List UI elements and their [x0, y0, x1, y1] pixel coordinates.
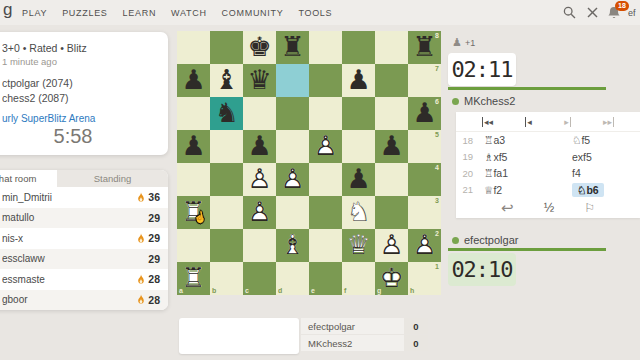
black-move[interactable]: exf5	[566, 151, 640, 163]
standing-score: 28	[148, 294, 160, 306]
chat-input-box[interactable]	[179, 318, 299, 354]
material-advantage: ♟ +1	[452, 37, 475, 48]
square-f6[interactable]	[342, 97, 375, 130]
square-h4[interactable]: 4	[408, 163, 441, 196]
online-dot	[452, 237, 459, 244]
piece-white-queen-f2[interactable]: ♛♕	[342, 229, 375, 262]
file-label: d	[278, 287, 282, 294]
square-h7[interactable]: 7	[408, 64, 441, 97]
square-e3[interactable]	[309, 196, 342, 229]
piece-white-pawn-d4[interactable]: ♟♙	[276, 163, 309, 196]
square-g6[interactable]	[375, 97, 408, 130]
tab-standing[interactable]: Standing	[57, 170, 168, 187]
square-b3[interactable]	[210, 196, 243, 229]
white-move[interactable]: ♕f2	[478, 184, 566, 196]
rank-label: 5	[435, 131, 439, 138]
nav-item-watch[interactable]: WATCH	[171, 8, 207, 18]
file-label: h	[410, 287, 414, 294]
square-a8[interactable]	[177, 31, 210, 64]
black-move[interactable]: ♘b6	[566, 184, 640, 196]
white-move[interactable]: ♗xf5	[478, 151, 566, 163]
square-g4[interactable]	[375, 163, 408, 196]
square-b8[interactable]	[210, 31, 243, 64]
move-row: 20♖fa1f4	[456, 165, 640, 182]
square-d6[interactable]	[276, 97, 309, 130]
standing-player-name: matullo	[2, 212, 145, 223]
standing-player-name: nis-x	[2, 233, 137, 244]
square-c1[interactable]: c	[243, 262, 276, 295]
square-c2[interactable]	[243, 229, 276, 262]
move-number: 21	[456, 184, 478, 195]
previous-move-button[interactable]: ◂	[525, 117, 532, 127]
standing-score: 29	[148, 212, 160, 224]
square-e1[interactable]: e	[309, 262, 342, 295]
tournament-link[interactable]: urly SuperBlitz Arena	[2, 113, 168, 124]
square-g7[interactable]	[375, 64, 408, 97]
standing-row[interactable]: essclaww29	[0, 249, 168, 270]
streak-flame-icon	[137, 192, 145, 203]
square-e2[interactable]	[309, 229, 342, 262]
square-e8[interactable]	[309, 31, 342, 64]
square-g8[interactable]	[375, 31, 408, 64]
square-b2[interactable]	[210, 229, 243, 262]
first-move-button[interactable]: ◂◂	[482, 117, 493, 127]
piece-black-pawn-g5[interactable]: ♟	[375, 130, 408, 163]
clock-bottom-white-active: 02:10	[448, 253, 516, 286]
square-a6[interactable]	[177, 97, 210, 130]
notifications-bell-icon[interactable]: 18	[607, 0, 621, 25]
piece-white-pawn-g2[interactable]: ♟♙	[375, 229, 408, 262]
time-bar-top	[448, 87, 606, 90]
clock-top-black: 02:11	[448, 53, 516, 86]
file-label: f	[344, 287, 346, 294]
piece-black-rook-h8[interactable]: ♜	[408, 31, 441, 64]
piece-black-knight-b6[interactable]: ♞	[210, 97, 243, 130]
score-player-name: MKchess2	[301, 338, 404, 349]
piece-black-rook-d8[interactable]: ♜	[276, 31, 309, 64]
nav-item-play[interactable]: PLAY	[22, 8, 47, 18]
square-d7[interactable]	[276, 64, 309, 97]
square-g3[interactable]	[375, 196, 408, 229]
search-icon[interactable]	[563, 0, 576, 25]
piece-black-pawn-a7[interactable]: ♟	[177, 64, 210, 97]
piece-white-pawn-h2[interactable]: ♟♙	[408, 229, 441, 262]
chess-board[interactable]: h1gfedcba2345678 ☝ ♚♜♜♟♝♛♟♞♟♟♟♟♙♟♟♙♟♙♟♜♖…	[177, 31, 441, 295]
chat-standing-tabs: Chat room Standing	[0, 170, 168, 187]
standing-player-name: min_Dmitrii	[2, 192, 137, 203]
square-b1[interactable]: b	[210, 262, 243, 295]
black-move[interactable]: f4	[566, 167, 640, 179]
game-info-card: 3+0 • Rated • Blitz 1 minute ago ctpolga…	[0, 32, 168, 155]
standings-card: Chat room Standing min_Dmitrii36matullo2…	[0, 170, 168, 310]
piece-black-pawn-a5[interactable]: ♟	[177, 130, 210, 163]
square-e6[interactable]	[309, 97, 342, 130]
draw-offer-button[interactable]: ½	[544, 201, 554, 215]
notification-badge: 18	[615, 1, 629, 11]
move-number: 18	[456, 135, 478, 146]
takeback-button[interactable]: ↩	[501, 201, 514, 215]
nav-username[interactable]: ef	[628, 0, 636, 25]
square-d1[interactable]: d	[276, 262, 309, 295]
square-h3[interactable]: 3	[408, 196, 441, 229]
standing-list: min_Dmitrii36matullo29nis-x29essclaww29e…	[0, 187, 168, 310]
challenge-cross-icon[interactable]	[587, 0, 598, 25]
nav-item-community[interactable]: COMMUNITY	[222, 8, 284, 18]
nav-item-tools[interactable]: TOOLS	[298, 8, 332, 18]
material-value: +1	[465, 38, 475, 48]
piece-black-pawn-c5[interactable]: ♟	[243, 130, 276, 163]
game-setup-text: 3+0 • Rated • Blitz	[2, 42, 168, 54]
online-dot	[452, 98, 459, 105]
square-d3[interactable]	[276, 196, 309, 229]
standing-player-name: gboor	[2, 294, 137, 305]
player-bottom-row[interactable]: efectpolgar	[452, 234, 518, 246]
score-row: MKchess20	[301, 335, 428, 351]
move-navigation: ◂◂ ◂ ▸ ▸▸	[456, 112, 640, 132]
resign-flag-button[interactable]: ⚐	[584, 201, 595, 215]
nav-item-puzzles[interactable]: PUZZLES	[62, 8, 107, 18]
move-number: 19	[456, 151, 478, 162]
score-row: efectpolgar0	[301, 318, 428, 334]
square-c6[interactable]	[243, 97, 276, 130]
square-f8[interactable]	[342, 31, 375, 64]
standing-player-name: essmaste	[2, 274, 137, 285]
game-age-text: 1 minute ago	[2, 56, 168, 67]
tournament-clock: 5:58	[2, 125, 168, 148]
piece-black-bishop-b7[interactable]: ♝	[210, 64, 243, 97]
white-move[interactable]: ♖a3	[478, 134, 566, 146]
standing-row[interactable]: min_Dmitrii36	[0, 187, 168, 208]
piece-white-knight-f3[interactable]: ♞♘	[342, 196, 375, 229]
player-top-name[interactable]: MKchess2	[464, 95, 515, 107]
piece-white-pawn-c3[interactable]: ♟♙	[243, 196, 276, 229]
move-row: 21♕f2♘b6	[456, 182, 640, 199]
player1-rating[interactable]: ctpolgar (2074)	[2, 77, 168, 89]
streak-flame-icon	[137, 233, 145, 244]
game-action-buttons: ↩ ½ ⚐	[456, 198, 640, 217]
rank-label: 3	[435, 197, 439, 204]
streak-flame-icon	[137, 274, 145, 285]
piece-black-king-c8[interactable]: ♚	[243, 31, 276, 64]
standing-row[interactable]: matullo29	[0, 208, 168, 229]
lichess-game-screen: g PLAYPUZZLESLEARNWATCHCOMMUNITYTOOLS 18…	[0, 0, 640, 360]
black-move[interactable]: ♘f5	[566, 134, 640, 146]
piece-black-pawn-h6[interactable]: ♟	[408, 97, 441, 130]
standing-score: 36	[148, 191, 160, 203]
standing-score: 28	[148, 273, 160, 285]
standing-player-name: essclaww	[2, 253, 145, 264]
top-navbar: g PLAYPUZZLESLEARNWATCHCOMMUNITYTOOLS 18…	[0, 0, 640, 25]
score-player-name: efectpolgar	[301, 321, 404, 332]
score-value: 0	[404, 318, 428, 334]
tab-chat-room[interactable]: Chat room	[0, 170, 57, 187]
current-move-highlight: ♘b6	[572, 183, 604, 197]
square-e7[interactable]	[309, 64, 342, 97]
standing-row[interactable]: gboor28	[0, 290, 168, 311]
player2-rating[interactable]: chess2 (2087)	[2, 92, 168, 104]
site-logo[interactable]: g	[3, 0, 12, 20]
file-label: b	[212, 287, 216, 294]
last-move-button[interactable]: ▸▸	[603, 117, 614, 127]
move-number: 20	[456, 168, 478, 179]
hand-cursor: ☝	[192, 210, 208, 226]
move-row: 18♖a3♘f5	[456, 132, 640, 149]
standing-score: 29	[148, 253, 160, 265]
piece-black-pawn-f4[interactable]: ♟	[342, 163, 375, 196]
nav-menu: PLAYPUZZLESLEARNWATCHCOMMUNITYTOOLS	[22, 0, 332, 25]
square-b4[interactable]	[210, 163, 243, 196]
game-score-table: efectpolgar0MKchess20	[301, 318, 428, 352]
move-rows: 18♖a3♘f519♗xf5exf520♖fa1f421♕f2♘b6	[456, 132, 640, 198]
file-label: e	[311, 287, 315, 294]
square-h1[interactable]: h1	[408, 262, 441, 295]
next-move-button[interactable]: ▸	[564, 117, 571, 127]
nav-item-learn[interactable]: LEARN	[123, 8, 157, 18]
piece-white-king-g1[interactable]: ♚♔	[375, 262, 408, 295]
square-e4[interactable]	[309, 163, 342, 196]
square-h5[interactable]: 5	[408, 130, 441, 163]
score-value: 0	[404, 335, 428, 351]
captured-pawn-icon: ♟	[452, 37, 462, 48]
standing-row[interactable]: nis-x29	[0, 228, 168, 249]
player-bottom-name[interactable]: efectpolgar	[464, 234, 518, 246]
piece-white-bishop-d2[interactable]: ♝♗	[276, 229, 309, 262]
standing-row[interactable]: essmaste28	[0, 269, 168, 290]
rank-label: 4	[435, 164, 439, 171]
piece-white-rook-a1[interactable]: ♜♖	[177, 262, 210, 295]
rank-label: 1	[435, 263, 439, 270]
piece-black-pawn-f7[interactable]: ♟	[342, 64, 375, 97]
piece-white-pawn-c4[interactable]: ♟♙	[243, 163, 276, 196]
move-row: 19♗xf5exf5	[456, 149, 640, 166]
time-bar-bottom	[448, 248, 606, 251]
square-f1[interactable]: f	[342, 262, 375, 295]
standing-score: 29	[148, 232, 160, 244]
rank-label: 7	[435, 65, 439, 72]
square-d5[interactable]	[276, 130, 309, 163]
white-move[interactable]: ♖fa1	[478, 167, 566, 179]
streak-flame-icon	[137, 294, 145, 305]
piece-white-pawn-e5[interactable]: ♟♙	[309, 130, 342, 163]
square-a4[interactable]	[177, 163, 210, 196]
move-list-card: ◂◂ ◂ ▸ ▸▸ 18♖a3♘f519♗xf5exf520♖fa1f421♕f…	[456, 112, 640, 218]
player-top-row[interactable]: MKchess2	[452, 95, 515, 107]
piece-black-queen-c7[interactable]: ♛	[243, 64, 276, 97]
file-label: c	[245, 287, 249, 294]
square-a2[interactable]	[177, 229, 210, 262]
square-f5[interactable]	[342, 130, 375, 163]
square-b5[interactable]	[210, 130, 243, 163]
